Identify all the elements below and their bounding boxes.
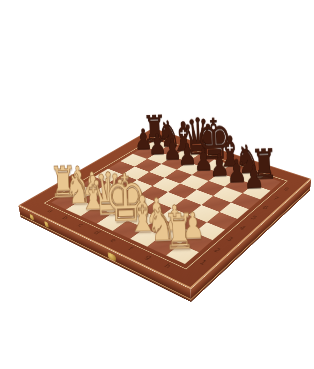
file-label-f: f — [126, 246, 134, 251]
brass-clasp-icon — [108, 252, 117, 262]
file-label-a: a — [46, 208, 55, 213]
piece-black-pawn-h7[interactable]: ♟ — [232, 161, 276, 194]
file-label-g: g — [144, 254, 154, 260]
rank-label-8: 8 — [282, 187, 290, 192]
file-label-c: c — [76, 223, 85, 228]
file-label-b: b — [60, 215, 69, 220]
rank-label-2: 2 — [212, 247, 221, 253]
file-label-h: h — [162, 263, 172, 270]
file-label-e: e — [108, 238, 117, 244]
brass-hinge-icon — [30, 214, 35, 221]
chess-board: ♜♞♝♛♚♝♞♜♟♟♟♟♟♟♟♟♟♟♟♟♟♟♟♟♜♞♝♛♚♝♞♜ abcdefg… — [18, 128, 311, 289]
square-h1[interactable]: ♜ — [166, 244, 199, 264]
rank-label-7: 7 — [272, 196, 280, 201]
rank-label-6: 6 — [261, 205, 269, 210]
file-label-d: d — [92, 230, 101, 236]
brass-hinge-icon — [44, 221, 49, 228]
piece-white-rook-h1[interactable]: ♜ — [153, 206, 204, 256]
rank-label-5: 5 — [250, 215, 259, 220]
rank-label-1: 1 — [198, 259, 208, 266]
rank-label-4: 4 — [238, 225, 247, 231]
rank-label-3: 3 — [225, 236, 234, 242]
photo-canvas: ♜♞♝♛♚♝♞♜♟♟♟♟♟♟♟♟♟♟♟♟♟♟♟♟♜♞♝♛♚♝♞♜ abcdefg… — [0, 0, 314, 369]
